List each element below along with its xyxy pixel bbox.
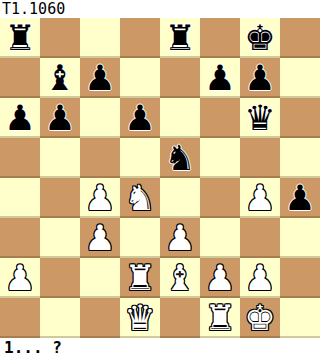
square-d7[interactable]: [120, 58, 160, 98]
piece-white-bishop: ♝: [164, 258, 195, 298]
square-c8[interactable]: [80, 18, 120, 58]
piece-white-pawn: ♟: [244, 258, 275, 298]
square-e1[interactable]: [160, 298, 200, 338]
piece-white-pawn: ♟: [164, 218, 195, 258]
square-h7[interactable]: [280, 58, 320, 98]
square-h5[interactable]: [280, 138, 320, 178]
square-d6[interactable]: ♟: [120, 98, 160, 138]
square-g4[interactable]: ♟: [240, 178, 280, 218]
piece-white-king: ♚: [244, 298, 275, 338]
piece-black-pawn: ♟: [4, 98, 35, 138]
square-b4[interactable]: [40, 178, 80, 218]
square-e5[interactable]: ♞: [160, 138, 200, 178]
square-a1[interactable]: [0, 298, 40, 338]
piece-black-pawn: ♟: [204, 58, 235, 98]
piece-black-pawn: ♟: [244, 58, 275, 98]
square-c3[interactable]: ♟: [80, 218, 120, 258]
square-d5[interactable]: [120, 138, 160, 178]
square-g8[interactable]: ♚: [240, 18, 280, 58]
square-c4[interactable]: ♟: [80, 178, 120, 218]
square-b1[interactable]: [40, 298, 80, 338]
square-b5[interactable]: [40, 138, 80, 178]
chess-board: ♜♜♚♝♟♟♟♟♟♟♛♞♟♞♟♟♟♟♟♜♝♟♟♛♜♚: [0, 18, 320, 338]
square-e6[interactable]: [160, 98, 200, 138]
piece-white-knight: ♞: [124, 178, 155, 218]
square-c1[interactable]: [80, 298, 120, 338]
piece-black-king: ♚: [244, 18, 275, 58]
square-h1[interactable]: [280, 298, 320, 338]
square-c2[interactable]: [80, 258, 120, 298]
square-f8[interactable]: [200, 18, 240, 58]
square-d4[interactable]: ♞: [120, 178, 160, 218]
puzzle-title: T1.1060: [0, 0, 320, 18]
square-f4[interactable]: [200, 178, 240, 218]
square-g2[interactable]: ♟: [240, 258, 280, 298]
piece-white-rook: ♜: [204, 298, 235, 338]
piece-white-queen: ♛: [124, 298, 155, 338]
square-d1[interactable]: ♛: [120, 298, 160, 338]
square-b3[interactable]: [40, 218, 80, 258]
square-b2[interactable]: [40, 258, 80, 298]
piece-black-bishop: ♝: [44, 58, 75, 98]
square-f1[interactable]: ♜: [200, 298, 240, 338]
piece-white-pawn: ♟: [4, 258, 35, 298]
piece-black-pawn: ♟: [284, 178, 315, 218]
square-a5[interactable]: [0, 138, 40, 178]
square-a3[interactable]: [0, 218, 40, 258]
square-h4[interactable]: ♟: [280, 178, 320, 218]
piece-white-pawn: ♟: [244, 178, 275, 218]
square-g5[interactable]: [240, 138, 280, 178]
square-c7[interactable]: ♟: [80, 58, 120, 98]
square-f2[interactable]: ♟: [200, 258, 240, 298]
piece-white-rook: ♜: [124, 258, 155, 298]
piece-white-pawn: ♟: [84, 178, 115, 218]
move-prompt: 1... ?: [0, 338, 320, 360]
square-d8[interactable]: [120, 18, 160, 58]
square-e3[interactable]: ♟: [160, 218, 200, 258]
piece-black-pawn: ♟: [84, 58, 115, 98]
piece-black-queen: ♛: [244, 98, 275, 138]
square-e8[interactable]: ♜: [160, 18, 200, 58]
piece-black-rook: ♜: [164, 18, 195, 58]
square-c6[interactable]: [80, 98, 120, 138]
square-f5[interactable]: [200, 138, 240, 178]
square-b6[interactable]: ♟: [40, 98, 80, 138]
square-g3[interactable]: [240, 218, 280, 258]
piece-black-knight: ♞: [164, 138, 195, 178]
square-a2[interactable]: ♟: [0, 258, 40, 298]
square-f6[interactable]: [200, 98, 240, 138]
square-e2[interactable]: ♝: [160, 258, 200, 298]
page: T1.1060 ♜♜♚♝♟♟♟♟♟♟♛♞♟♞♟♟♟♟♟♜♝♟♟♛♜♚ 1... …: [0, 0, 320, 360]
square-h2[interactable]: [280, 258, 320, 298]
square-g6[interactable]: ♛: [240, 98, 280, 138]
square-h8[interactable]: [280, 18, 320, 58]
square-h3[interactable]: [280, 218, 320, 258]
square-c5[interactable]: [80, 138, 120, 178]
square-b8[interactable]: [40, 18, 80, 58]
square-d3[interactable]: [120, 218, 160, 258]
piece-black-pawn: ♟: [44, 98, 75, 138]
piece-white-pawn: ♟: [84, 218, 115, 258]
square-f7[interactable]: ♟: [200, 58, 240, 98]
square-a7[interactable]: [0, 58, 40, 98]
square-e7[interactable]: [160, 58, 200, 98]
square-d2[interactable]: ♜: [120, 258, 160, 298]
square-a6[interactable]: ♟: [0, 98, 40, 138]
square-f3[interactable]: [200, 218, 240, 258]
square-e4[interactable]: [160, 178, 200, 218]
piece-white-pawn: ♟: [204, 258, 235, 298]
piece-black-rook: ♜: [4, 18, 35, 58]
square-g7[interactable]: ♟: [240, 58, 280, 98]
square-a8[interactable]: ♜: [0, 18, 40, 58]
square-b7[interactable]: ♝: [40, 58, 80, 98]
square-g1[interactable]: ♚: [240, 298, 280, 338]
square-h6[interactable]: [280, 98, 320, 138]
piece-black-pawn: ♟: [124, 98, 155, 138]
square-a4[interactable]: [0, 178, 40, 218]
